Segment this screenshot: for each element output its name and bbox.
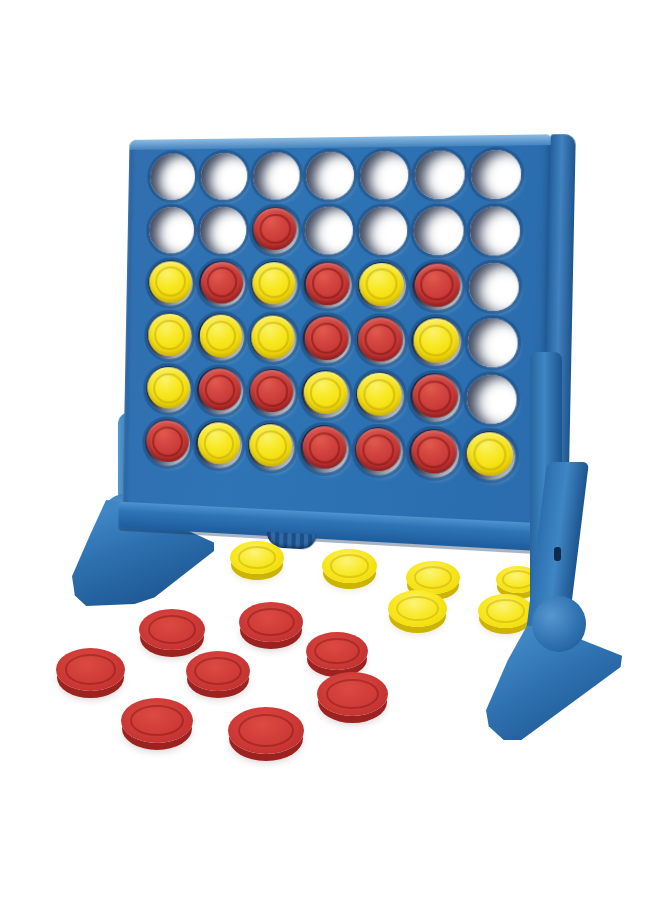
loose-red-disc[interactable]	[139, 609, 205, 650]
red-disc	[304, 317, 349, 361]
cell-r1c7[interactable]	[470, 150, 521, 199]
cell-r1c4[interactable]	[306, 151, 354, 199]
cell-r6c6[interactable]	[409, 428, 459, 478]
cell-r2c2[interactable]	[200, 207, 247, 254]
right-stand-hub	[532, 596, 586, 652]
loose-red-disc[interactable]	[317, 672, 388, 716]
cell-r3c1[interactable]	[148, 260, 194, 307]
cell-r1c5[interactable]	[359, 151, 408, 199]
yellow-disc	[252, 262, 296, 305]
red-disc	[250, 370, 294, 414]
cell-r3c7[interactable]	[468, 262, 519, 311]
scene	[0, 0, 660, 900]
cell-r6c5[interactable]	[354, 426, 403, 476]
board-top-edge	[129, 134, 553, 150]
cell-r3c4[interactable]	[304, 261, 352, 309]
cell-r3c6[interactable]	[412, 262, 462, 311]
yellow-disc	[466, 431, 514, 477]
yellow-disc	[199, 315, 242, 358]
board-face	[123, 134, 554, 534]
cell-r6c7[interactable]	[465, 430, 516, 481]
red-disc	[356, 427, 402, 472]
yellow-disc	[147, 367, 190, 410]
cell-r6c2[interactable]	[196, 421, 243, 469]
cell-r4c4[interactable]	[302, 316, 350, 364]
yellow-disc	[149, 261, 192, 303]
cell-r2c1[interactable]	[149, 207, 195, 253]
yellow-disc	[249, 424, 293, 468]
cell-r5c4[interactable]	[301, 370, 349, 419]
cell-r3c2[interactable]	[199, 260, 246, 307]
yellow-disc	[413, 318, 460, 362]
yellow-disc	[359, 262, 405, 306]
cell-r2c4[interactable]	[305, 206, 353, 254]
cell-r1c2[interactable]	[201, 153, 248, 200]
loose-red-disc[interactable]	[121, 698, 193, 743]
cell-r2c3[interactable]	[252, 207, 300, 254]
cell-r5c6[interactable]	[410, 373, 460, 423]
connect-four-board	[123, 134, 554, 534]
right-stand-slot	[554, 547, 561, 561]
red-disc	[198, 368, 241, 411]
loose-yellow-disc[interactable]	[322, 549, 377, 583]
cell-r1c3[interactable]	[253, 152, 301, 199]
red-disc	[200, 261, 243, 303]
loose-red-disc[interactable]	[56, 648, 125, 691]
cell-r2c5[interactable]	[358, 206, 407, 254]
red-disc	[410, 429, 457, 474]
yellow-disc	[197, 422, 240, 466]
yellow-disc	[251, 316, 295, 359]
cell-r5c1[interactable]	[146, 366, 192, 414]
cell-r3c5[interactable]	[357, 261, 406, 309]
red-disc	[253, 207, 297, 249]
red-disc	[146, 420, 189, 463]
cell-r4c7[interactable]	[467, 318, 518, 368]
red-disc	[412, 374, 459, 419]
yellow-disc	[303, 371, 348, 415]
loose-red-disc[interactable]	[306, 632, 368, 670]
red-disc	[302, 425, 347, 469]
cell-r5c5[interactable]	[355, 371, 404, 420]
cell-r4c5[interactable]	[356, 316, 405, 365]
cell-r4c1[interactable]	[147, 313, 193, 360]
loose-red-disc[interactable]	[228, 707, 304, 754]
cell-r4c2[interactable]	[198, 314, 245, 362]
cell-r6c1[interactable]	[145, 419, 191, 467]
loose-yellow-disc[interactable]	[388, 590, 447, 627]
loose-yellow-disc[interactable]	[406, 561, 460, 594]
red-disc	[305, 262, 350, 305]
loose-yellow-disc[interactable]	[230, 541, 284, 574]
board-grid	[145, 150, 522, 482]
cell-r4c6[interactable]	[411, 317, 461, 366]
red-disc	[358, 317, 404, 361]
cell-r1c1[interactable]	[150, 153, 196, 200]
loose-red-disc[interactable]	[186, 651, 250, 691]
yellow-disc	[357, 372, 403, 416]
cell-r5c3[interactable]	[249, 369, 296, 417]
cell-r2c6[interactable]	[413, 206, 463, 255]
red-disc	[414, 263, 461, 307]
cell-r4c3[interactable]	[250, 315, 298, 363]
cell-r5c7[interactable]	[466, 374, 517, 424]
loose-red-disc[interactable]	[239, 602, 303, 642]
loose-yellow-disc[interactable]	[478, 594, 533, 628]
yellow-disc	[148, 314, 191, 356]
cell-r5c2[interactable]	[197, 367, 244, 415]
cell-r6c3[interactable]	[248, 423, 295, 472]
cell-r2c7[interactable]	[469, 206, 520, 255]
cell-r6c4[interactable]	[300, 424, 348, 473]
cell-r3c3[interactable]	[251, 261, 299, 309]
cell-r1c6[interactable]	[414, 150, 464, 199]
